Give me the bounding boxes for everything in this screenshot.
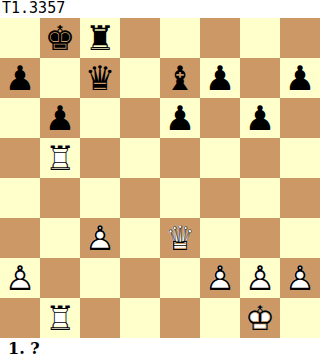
square-g5[interactable]	[240, 138, 280, 178]
square-d2[interactable]	[120, 258, 160, 298]
square-b6[interactable]: ♟	[40, 98, 80, 138]
square-g3[interactable]	[240, 218, 280, 258]
square-c7[interactable]: ♛	[80, 58, 120, 98]
piece-black-king: ♚	[40, 18, 80, 58]
square-h5[interactable]	[280, 138, 320, 178]
square-d5[interactable]	[120, 138, 160, 178]
square-b3[interactable]	[40, 218, 80, 258]
square-a4[interactable]	[0, 178, 40, 218]
square-b2[interactable]	[40, 258, 80, 298]
piece-white-pawn: ♟♙	[280, 258, 320, 298]
square-g8[interactable]	[240, 18, 280, 58]
square-f3[interactable]	[200, 218, 240, 258]
square-f4[interactable]	[200, 178, 240, 218]
puzzle-id-label: T1.3357	[0, 0, 320, 18]
piece-white-rook: ♜♖	[40, 298, 80, 338]
square-e7[interactable]: ♝	[160, 58, 200, 98]
square-b1[interactable]: ♜♖	[40, 298, 80, 338]
square-h6[interactable]	[280, 98, 320, 138]
piece-black-pawn: ♟	[200, 58, 240, 98]
square-a1[interactable]	[0, 298, 40, 338]
square-d6[interactable]	[120, 98, 160, 138]
square-g2[interactable]: ♟♙	[240, 258, 280, 298]
square-e6[interactable]: ♟	[160, 98, 200, 138]
square-d1[interactable]	[120, 298, 160, 338]
square-e2[interactable]	[160, 258, 200, 298]
chess-board: ♚♜♟♛♝♟♟♟♟♟♜♖♟♙♛♕♟♙♟♙♟♙♟♙♜♖♚♔	[0, 18, 320, 338]
piece-black-pawn: ♟	[0, 58, 40, 98]
square-f5[interactable]	[200, 138, 240, 178]
piece-white-rook: ♜♖	[40, 138, 80, 178]
square-a3[interactable]	[0, 218, 40, 258]
square-f1[interactable]	[200, 298, 240, 338]
square-h2[interactable]: ♟♙	[280, 258, 320, 298]
square-e1[interactable]	[160, 298, 200, 338]
chess-puzzle-page: T1.3357 ♚♜♟♛♝♟♟♟♟♟♜♖♟♙♛♕♟♙♟♙♟♙♟♙♜♖♚♔ 1. …	[0, 0, 320, 360]
piece-black-pawn: ♟	[160, 98, 200, 138]
piece-white-queen: ♛♕	[160, 218, 200, 258]
square-h4[interactable]	[280, 178, 320, 218]
square-a8[interactable]	[0, 18, 40, 58]
square-d7[interactable]	[120, 58, 160, 98]
square-d3[interactable]	[120, 218, 160, 258]
square-e3[interactable]: ♛♕	[160, 218, 200, 258]
square-a7[interactable]: ♟	[0, 58, 40, 98]
piece-white-pawn: ♟♙	[0, 258, 40, 298]
square-a5[interactable]	[0, 138, 40, 178]
square-a6[interactable]	[0, 98, 40, 138]
piece-white-pawn: ♟♙	[200, 258, 240, 298]
square-b8[interactable]: ♚	[40, 18, 80, 58]
square-c2[interactable]	[80, 258, 120, 298]
square-b5[interactable]: ♜♖	[40, 138, 80, 178]
square-g4[interactable]	[240, 178, 280, 218]
piece-black-bishop: ♝	[160, 58, 200, 98]
square-c5[interactable]	[80, 138, 120, 178]
square-a2[interactable]: ♟♙	[0, 258, 40, 298]
square-g7[interactable]	[240, 58, 280, 98]
square-b4[interactable]	[40, 178, 80, 218]
piece-black-pawn: ♟	[40, 98, 80, 138]
square-c8[interactable]: ♜	[80, 18, 120, 58]
square-f8[interactable]	[200, 18, 240, 58]
piece-black-queen: ♛	[80, 58, 120, 98]
piece-black-pawn: ♟	[280, 58, 320, 98]
square-c6[interactable]	[80, 98, 120, 138]
square-h3[interactable]	[280, 218, 320, 258]
square-f2[interactable]: ♟♙	[200, 258, 240, 298]
piece-white-pawn: ♟♙	[240, 258, 280, 298]
square-h1[interactable]	[280, 298, 320, 338]
piece-black-pawn: ♟	[240, 98, 280, 138]
square-c4[interactable]	[80, 178, 120, 218]
square-d8[interactable]	[120, 18, 160, 58]
piece-black-rook: ♜	[80, 18, 120, 58]
move-prompt-label: 1. ?	[0, 338, 320, 360]
square-e4[interactable]	[160, 178, 200, 218]
square-f7[interactable]: ♟	[200, 58, 240, 98]
square-b7[interactable]	[40, 58, 80, 98]
square-c1[interactable]	[80, 298, 120, 338]
square-c3[interactable]: ♟♙	[80, 218, 120, 258]
piece-white-pawn: ♟♙	[80, 218, 120, 258]
square-e8[interactable]	[160, 18, 200, 58]
square-h7[interactable]: ♟	[280, 58, 320, 98]
square-g6[interactable]: ♟	[240, 98, 280, 138]
piece-white-king: ♚♔	[240, 298, 280, 338]
square-d4[interactable]	[120, 178, 160, 218]
square-g1[interactable]: ♚♔	[240, 298, 280, 338]
square-e5[interactable]	[160, 138, 200, 178]
square-h8[interactable]	[280, 18, 320, 58]
square-f6[interactable]	[200, 98, 240, 138]
